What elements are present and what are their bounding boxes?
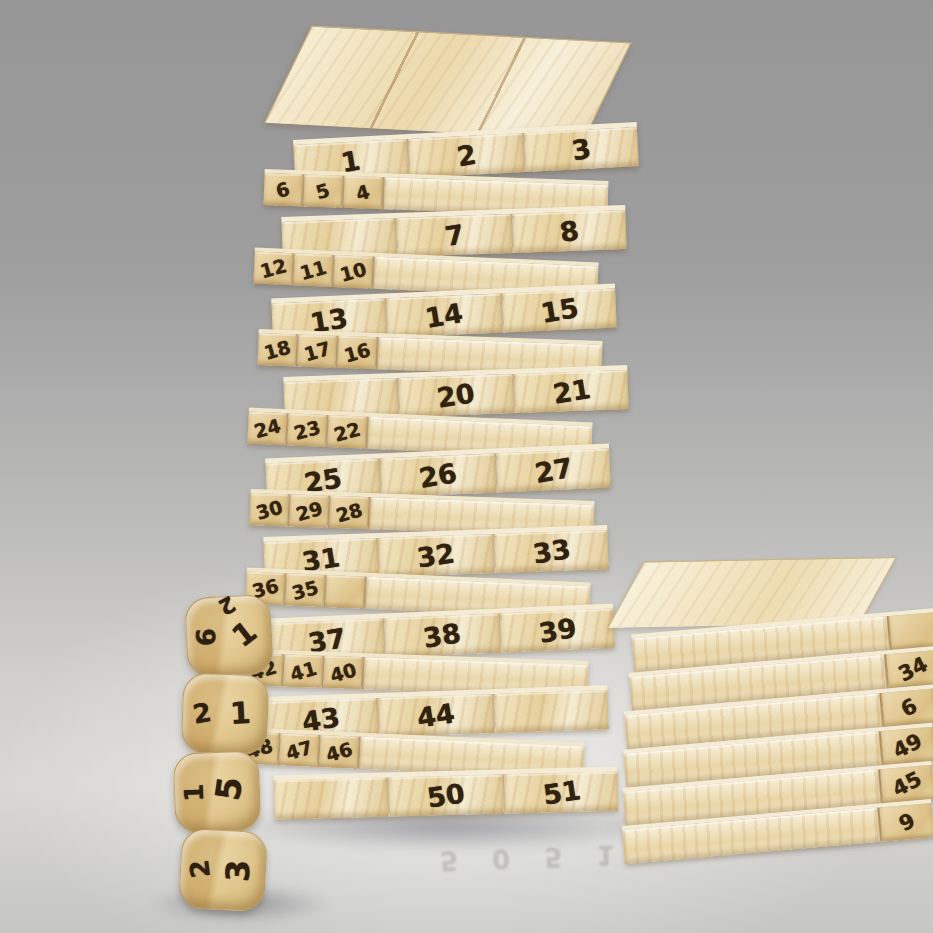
die: 2 6 1 [184,594,274,678]
block-number: 11 [297,256,328,284]
block-front-face [494,690,609,733]
die: 2 1 [181,673,270,756]
block-number: 22 [331,418,362,446]
block-number: 29 [293,497,324,525]
block-front-face: 15 [502,289,617,333]
block-end-face: 17 [297,334,338,367]
die-front-face-number: 3 [218,859,257,883]
die-left-face-number: 1 [179,783,210,802]
block-number: 2 [454,139,478,173]
die: 1 5 [173,751,262,834]
block-front-face: 27 [496,449,611,493]
block-end-face: 41 [283,654,324,687]
block-number: 26 [417,457,459,494]
block-front-face: 2 [409,133,526,178]
block-end-face: 47 [279,733,320,767]
block-number: 20 [435,377,477,413]
block-number: 39 [536,612,578,649]
block-number: 6 [274,177,293,202]
block-end-face [325,575,366,609]
block-end-face: 29 [289,494,330,527]
block-number: 4 [354,180,373,205]
reflected-number: 50 [440,842,545,876]
block-number: 3 [569,133,593,167]
product-photo-scene: 1 2 3 6 5 4 7 8 12 11 10 13 14 15 18 17 [0,0,933,933]
tower-top-face [264,26,631,140]
block-number: 28 [333,498,364,526]
block-front-face: 20 [399,374,516,417]
block-number: 7 [442,219,465,253]
block-number: 12 [257,254,288,282]
block-end-face: 34 [884,650,933,689]
block-end-face [887,612,933,651]
block-end-face: 10 [333,255,374,289]
block-end-face: 16 [337,336,378,369]
block-number: 35 [289,576,320,604]
block-end-face: 45 [878,765,933,804]
die-left-face-number: 2 [184,858,216,880]
block-front-face: 33 [494,530,609,573]
block-number: 14 [423,297,465,334]
block-number: 38 [421,617,463,654]
block-number: 40 [327,658,358,686]
block-end-face: 28 [329,496,370,529]
die-front-face-number: 5 [208,774,251,803]
block-end-face: 5 [303,174,344,207]
block-number: 46 [323,738,354,766]
die-front-face-number: 1 [225,613,263,653]
block-front-face: 26 [381,453,498,497]
block-number: 24 [251,414,282,442]
block-number: 47 [283,736,314,764]
block-number: 45 [889,767,926,802]
block-number: 10 [337,258,368,286]
block-number: 16 [341,338,372,366]
block-number: 18 [261,335,292,363]
block-number: 32 [415,537,457,573]
block-front-face: 51 [504,772,618,814]
block-number: 5 [314,179,333,204]
die-left-face-number: 2 [191,697,214,730]
die-left-face-number: 6 [191,628,222,647]
block-number: 27 [532,452,574,489]
block-end-face: 11 [293,253,334,287]
block-end-face: 46 [319,735,360,769]
block-number: 23 [291,416,322,444]
block-number: 21 [550,373,592,409]
block-end-face: 4 [343,176,384,209]
block-front-face: 32 [379,534,496,577]
block-tower: 1 2 3 6 5 4 7 8 12 11 10 13 14 15 18 17 [252,34,596,815]
block-number: 30 [253,495,284,523]
block-end-face: 22 [327,415,368,449]
die-front-face-number: 1 [229,695,252,731]
reflected-number: 51 [544,838,649,872]
block-end-face: 35 [285,573,326,607]
dice-stack: 2 6 1 2 1 1 5 2 3 [172,598,282,910]
block-end-face: 6 [263,173,304,206]
block-front-face: 8 [512,210,627,253]
block-number: 34 [895,652,932,687]
block-front-face: 39 [500,609,615,653]
block-front-face [274,777,390,819]
block-front-face: 3 [524,127,639,172]
block-number: 50 [425,777,467,813]
block-end-face: 24 [247,412,288,446]
removed-blocks-stack: 34 6 49 45 9 [600,547,933,864]
block-front-face: 7 [397,214,514,257]
block-front-face: 38 [385,613,502,657]
block-end-face: 6 [879,688,933,727]
block-front-face: 21 [514,370,629,413]
die-top-face-number: 2 [214,591,239,620]
block-number: 9 [895,808,919,836]
block-end-face: 12 [253,252,294,286]
block-end-face: 40 [323,656,364,689]
block-front-face: 44 [379,694,496,737]
block-end-face: 18 [257,333,298,366]
block-end-face: 30 [249,493,290,526]
die: 2 3 [178,828,268,912]
block-end-face: 49 [879,727,933,766]
block-number: 49 [890,729,927,764]
block-end-face: 9 [877,803,933,842]
block-number: 33 [530,533,572,569]
block-number: 51 [540,774,582,810]
block-front-face: 50 [389,774,505,816]
block-end-face: 23 [287,413,328,447]
block-number: 44 [415,697,457,733]
block-number: 41 [287,657,318,685]
block-number: 17 [301,337,332,365]
block-front-face: 14 [387,293,504,337]
block-number: 15 [538,292,580,329]
block-number: 6 [897,694,921,722]
tower-layer: 50 51 [273,767,618,820]
block-number: 8 [558,215,581,249]
